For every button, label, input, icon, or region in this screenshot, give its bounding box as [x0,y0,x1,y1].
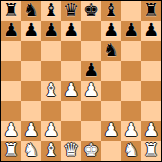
white-pawn-icon: ♟ [43,121,59,140]
black-king-icon: ♚ [83,1,99,20]
chess-board: ♜♞♝♛♚♝♜♟♟♟♟♟♟♟♞♟♝♟♟♟♟♟♟♟♟♜♞♝♛♚♞♜ [0,0,162,162]
square-h7[interactable]: ♟ [141,21,161,41]
square-b5[interactable] [21,61,41,81]
white-rook-icon: ♜ [143,141,159,160]
square-b4[interactable] [21,81,41,101]
square-a4[interactable] [1,81,21,101]
square-h5[interactable] [141,61,161,81]
square-h3[interactable] [141,101,161,121]
square-d8[interactable]: ♛ [61,1,81,21]
square-f3[interactable] [101,101,121,121]
square-c5[interactable] [41,61,61,81]
white-pawn-icon: ♟ [123,121,139,140]
square-c1[interactable]: ♝ [41,141,61,161]
square-f2[interactable]: ♟ [101,121,121,141]
white-pawn-icon: ♟ [63,81,79,100]
white-knight-icon: ♞ [23,141,39,160]
square-d5[interactable] [61,61,81,81]
square-h6[interactable] [141,41,161,61]
black-bishop-icon: ♝ [43,1,59,20]
white-queen-icon: ♛ [63,141,79,160]
square-e1[interactable]: ♚ [81,141,101,161]
black-pawn-icon: ♟ [83,61,99,80]
square-e2[interactable] [81,121,101,141]
black-rook-icon: ♜ [143,1,159,20]
square-d1[interactable]: ♛ [61,141,81,161]
black-knight-icon: ♞ [23,1,39,20]
white-king-icon: ♚ [83,141,99,160]
square-h2[interactable]: ♟ [141,121,161,141]
square-a6[interactable] [1,41,21,61]
square-g4[interactable] [121,81,141,101]
square-f8[interactable]: ♝ [101,1,121,21]
black-pawn-icon: ♟ [63,21,79,40]
square-a8[interactable]: ♜ [1,1,21,21]
white-pawn-icon: ♟ [3,121,19,140]
black-rook-icon: ♜ [3,1,19,20]
square-b7[interactable]: ♟ [21,21,41,41]
square-c8[interactable]: ♝ [41,1,61,21]
square-g7[interactable]: ♟ [121,21,141,41]
square-g1[interactable]: ♞ [121,141,141,161]
square-g6[interactable] [121,41,141,61]
square-a1[interactable]: ♜ [1,141,21,161]
square-d4[interactable]: ♟ [61,81,81,101]
square-e6[interactable] [81,41,101,61]
square-g8[interactable] [121,1,141,21]
square-b2[interactable]: ♟ [21,121,41,141]
square-a3[interactable] [1,101,21,121]
square-d3[interactable] [61,101,81,121]
square-a2[interactable]: ♟ [1,121,21,141]
white-pawn-icon: ♟ [143,121,159,140]
black-queen-icon: ♛ [63,1,79,20]
black-pawn-icon: ♟ [123,21,139,40]
square-c6[interactable] [41,41,61,61]
square-h8[interactable]: ♜ [141,1,161,21]
square-f4[interactable] [101,81,121,101]
white-rook-icon: ♜ [3,141,19,160]
black-bishop-icon: ♝ [103,1,119,20]
black-pawn-icon: ♟ [23,21,39,40]
square-b1[interactable]: ♞ [21,141,41,161]
square-f6[interactable]: ♞ [101,41,121,61]
white-pawn-icon: ♟ [23,121,39,140]
square-a5[interactable] [1,61,21,81]
square-e5[interactable]: ♟ [81,61,101,81]
black-pawn-icon: ♟ [43,21,59,40]
black-pawn-icon: ♟ [143,21,159,40]
square-g3[interactable] [121,101,141,121]
square-c7[interactable]: ♟ [41,21,61,41]
square-c3[interactable] [41,101,61,121]
square-e3[interactable] [81,101,101,121]
white-pawn-icon: ♟ [103,121,119,140]
square-g5[interactable] [121,61,141,81]
square-g2[interactable]: ♟ [121,121,141,141]
square-d2[interactable] [61,121,81,141]
square-h1[interactable]: ♜ [141,141,161,161]
white-bishop-icon: ♝ [43,141,59,160]
square-d6[interactable] [61,41,81,61]
white-bishop-icon: ♝ [43,81,59,100]
square-a7[interactable]: ♟ [1,21,21,41]
square-e4[interactable]: ♟ [81,81,101,101]
white-knight-icon: ♞ [123,141,139,160]
square-h4[interactable] [141,81,161,101]
square-c4[interactable]: ♝ [41,81,61,101]
white-pawn-icon: ♟ [83,81,99,100]
square-d7[interactable]: ♟ [61,21,81,41]
square-b3[interactable] [21,101,41,121]
square-f1[interactable] [101,141,121,161]
square-c2[interactable]: ♟ [41,121,61,141]
black-pawn-icon: ♟ [103,21,119,40]
square-b6[interactable] [21,41,41,61]
square-e7[interactable] [81,21,101,41]
square-f7[interactable]: ♟ [101,21,121,41]
black-pawn-icon: ♟ [3,21,19,40]
black-knight-icon: ♞ [103,41,119,60]
square-e8[interactable]: ♚ [81,1,101,21]
square-f5[interactable] [101,61,121,81]
square-b8[interactable]: ♞ [21,1,41,21]
